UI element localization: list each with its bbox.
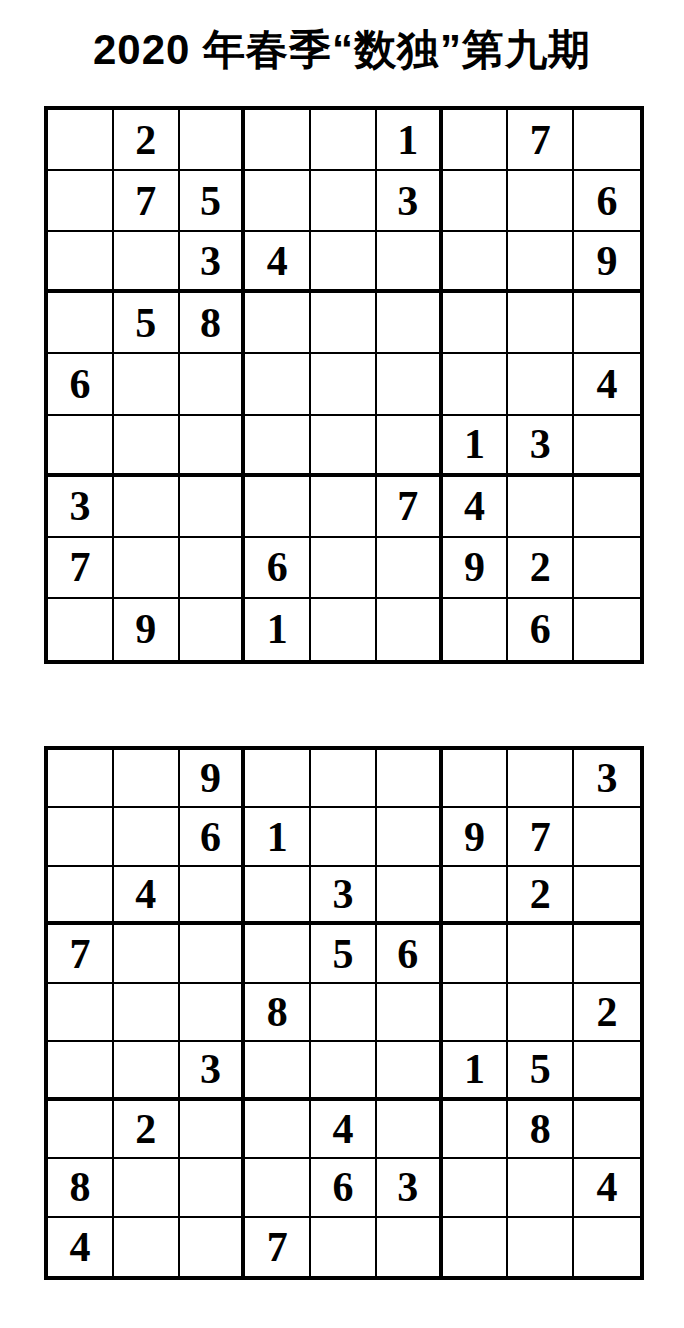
- p2-cell-r9c9[interactable]: [574, 1218, 640, 1276]
- p2-cell-r4c1[interactable]: 7: [48, 925, 114, 983]
- p1-cell-r6c9[interactable]: [574, 416, 640, 477]
- p2-cell-r1c4[interactable]: [245, 750, 311, 808]
- p2-cell-r8c4[interactable]: [245, 1159, 311, 1217]
- p2-cell-r7c5[interactable]: 4: [311, 1101, 377, 1159]
- sudoku-page: 2020 年春季“数独”第九期 217753634958641337476929…: [0, 0, 684, 1328]
- p2-cell-r2c2[interactable]: [114, 808, 180, 866]
- p1-cell-r7c8[interactable]: [508, 477, 574, 538]
- sudoku-board-2: 93619743275682315248863447: [44, 746, 644, 1280]
- p2-cell-r2c6[interactable]: [377, 808, 443, 866]
- p1-cell-r2c8[interactable]: [508, 171, 574, 232]
- p2-cell-r3c5[interactable]: 3: [311, 867, 377, 925]
- p1-cell-r8c8[interactable]: 2: [508, 538, 574, 599]
- p1-cell-r6c6[interactable]: [377, 416, 443, 477]
- sudoku-board-1: 21775363495864133747692916: [44, 106, 644, 664]
- p2-cell-r1c7[interactable]: [443, 750, 509, 808]
- p1-cell-r9c3[interactable]: [180, 599, 246, 660]
- p1-cell-r1c5[interactable]: [311, 110, 377, 171]
- p2-cell-r4c5[interactable]: 5: [311, 925, 377, 983]
- p2-cell-r6c6[interactable]: [377, 1042, 443, 1100]
- p1-cell-r2c9[interactable]: 6: [574, 171, 640, 232]
- p1-cell-r4c9[interactable]: [574, 293, 640, 354]
- p2-cell-r5c9[interactable]: 2: [574, 984, 640, 1042]
- p2-cell-r5c8[interactable]: [508, 984, 574, 1042]
- p2-cell-r6c5[interactable]: [311, 1042, 377, 1100]
- p2-cell-r5c1[interactable]: [48, 984, 114, 1042]
- p2-cell-r9c1[interactable]: 4: [48, 1218, 114, 1276]
- p1-cell-r9c8[interactable]: 6: [508, 599, 574, 660]
- p2-cell-r3c8[interactable]: 2: [508, 867, 574, 925]
- p1-cell-r5c4[interactable]: [245, 354, 311, 415]
- p2-cell-r5c5[interactable]: [311, 984, 377, 1042]
- p1-cell-r2c2[interactable]: 7: [114, 171, 180, 232]
- p2-cell-r5c4[interactable]: 8: [245, 984, 311, 1042]
- p2-cell-r4c8[interactable]: [508, 925, 574, 983]
- p1-cell-r6c5[interactable]: [311, 416, 377, 477]
- p2-cell-r7c4[interactable]: [245, 1101, 311, 1159]
- p1-cell-r7c3[interactable]: [180, 477, 246, 538]
- p2-cell-r1c2[interactable]: [114, 750, 180, 808]
- p2-cell-r6c8[interactable]: 5: [508, 1042, 574, 1100]
- p2-cell-r9c2[interactable]: [114, 1218, 180, 1276]
- p2-cell-r4c9[interactable]: [574, 925, 640, 983]
- p1-cell-r4c5[interactable]: [311, 293, 377, 354]
- p1-cell-r8c9[interactable]: [574, 538, 640, 599]
- p2-cell-r9c5[interactable]: [311, 1218, 377, 1276]
- p1-cell-r4c4[interactable]: [245, 293, 311, 354]
- p2-cell-r1c8[interactable]: [508, 750, 574, 808]
- p1-cell-r8c3[interactable]: [180, 538, 246, 599]
- p1-cell-r2c5[interactable]: [311, 171, 377, 232]
- p1-cell-r9c1[interactable]: [48, 599, 114, 660]
- p2-cell-r1c6[interactable]: [377, 750, 443, 808]
- p1-cell-r2c3[interactable]: 5: [180, 171, 246, 232]
- p2-cell-r3c2[interactable]: 4: [114, 867, 180, 925]
- p1-cell-r2c6[interactable]: 3: [377, 171, 443, 232]
- p1-cell-r3c7[interactable]: [443, 232, 509, 293]
- p2-cell-r9c7[interactable]: [443, 1218, 509, 1276]
- p2-cell-r2c3[interactable]: 6: [180, 808, 246, 866]
- p2-cell-r4c2[interactable]: [114, 925, 180, 983]
- p1-cell-r2c7[interactable]: [443, 171, 509, 232]
- p2-cell-r2c7[interactable]: 9: [443, 808, 509, 866]
- p2-cell-r2c5[interactable]: [311, 808, 377, 866]
- p1-cell-r4c6[interactable]: [377, 293, 443, 354]
- p2-cell-r3c1[interactable]: [48, 867, 114, 925]
- p1-cell-r1c4[interactable]: [245, 110, 311, 171]
- p1-cell-r5c5[interactable]: [311, 354, 377, 415]
- p1-cell-r3c2[interactable]: [114, 232, 180, 293]
- p1-cell-r9c7[interactable]: [443, 599, 509, 660]
- p1-cell-r1c7[interactable]: [443, 110, 509, 171]
- p1-cell-r7c5[interactable]: [311, 477, 377, 538]
- p2-cell-r7c6[interactable]: [377, 1101, 443, 1159]
- p2-cell-r7c7[interactable]: [443, 1101, 509, 1159]
- p1-cell-r4c8[interactable]: [508, 293, 574, 354]
- p1-cell-r7c7[interactable]: 4: [443, 477, 509, 538]
- p1-cell-r7c2[interactable]: [114, 477, 180, 538]
- p1-cell-r6c3[interactable]: [180, 416, 246, 477]
- p1-cell-r7c6[interactable]: 7: [377, 477, 443, 538]
- p1-cell-r2c4[interactable]: [245, 171, 311, 232]
- p1-cell-r3c1[interactable]: [48, 232, 114, 293]
- p2-cell-r7c3[interactable]: [180, 1101, 246, 1159]
- p2-cell-r8c5[interactable]: 6: [311, 1159, 377, 1217]
- p1-cell-r2c1[interactable]: [48, 171, 114, 232]
- p2-cell-r3c4[interactable]: [245, 867, 311, 925]
- p1-cell-r5c9[interactable]: 4: [574, 354, 640, 415]
- p2-cell-r1c9[interactable]: 3: [574, 750, 640, 808]
- p2-cell-r8c8[interactable]: [508, 1159, 574, 1217]
- p1-cell-r5c7[interactable]: [443, 354, 509, 415]
- p2-cell-r2c1[interactable]: [48, 808, 114, 866]
- p1-cell-r4c1[interactable]: [48, 293, 114, 354]
- p2-cell-r4c7[interactable]: [443, 925, 509, 983]
- page-title: 2020 年春季“数独”第九期: [0, 22, 684, 78]
- p1-cell-r9c4[interactable]: 1: [245, 599, 311, 660]
- p1-cell-r1c9[interactable]: [574, 110, 640, 171]
- p2-cell-r6c9[interactable]: [574, 1042, 640, 1100]
- p1-cell-r9c9[interactable]: [574, 599, 640, 660]
- p2-cell-r7c8[interactable]: 8: [508, 1101, 574, 1159]
- p1-cell-r5c6[interactable]: [377, 354, 443, 415]
- p2-cell-r7c1[interactable]: [48, 1101, 114, 1159]
- p1-cell-r6c8[interactable]: 3: [508, 416, 574, 477]
- p2-cell-r3c6[interactable]: [377, 867, 443, 925]
- p2-cell-r9c8[interactable]: [508, 1218, 574, 1276]
- p2-cell-r3c7[interactable]: [443, 867, 509, 925]
- p2-cell-r9c3[interactable]: [180, 1218, 246, 1276]
- p2-cell-r6c2[interactable]: [114, 1042, 180, 1100]
- p2-cell-r1c1[interactable]: [48, 750, 114, 808]
- p2-cell-r6c1[interactable]: [48, 1042, 114, 1100]
- p1-cell-r3c8[interactable]: [508, 232, 574, 293]
- p1-cell-r4c3[interactable]: 8: [180, 293, 246, 354]
- p2-cell-r8c3[interactable]: [180, 1159, 246, 1217]
- p1-cell-r8c7[interactable]: 9: [443, 538, 509, 599]
- p2-cell-r5c3[interactable]: [180, 984, 246, 1042]
- p2-cell-r8c1[interactable]: 8: [48, 1159, 114, 1217]
- p1-cell-r5c1[interactable]: 6: [48, 354, 114, 415]
- p1-cell-r8c2[interactable]: [114, 538, 180, 599]
- p1-cell-r3c3[interactable]: 3: [180, 232, 246, 293]
- p1-cell-r8c1[interactable]: 7: [48, 538, 114, 599]
- p1-cell-r7c1[interactable]: 3: [48, 477, 114, 538]
- p2-cell-r1c5[interactable]: [311, 750, 377, 808]
- p1-cell-r8c5[interactable]: [311, 538, 377, 599]
- p1-cell-r3c4[interactable]: 4: [245, 232, 311, 293]
- p1-cell-r6c2[interactable]: [114, 416, 180, 477]
- p1-cell-r5c3[interactable]: [180, 354, 246, 415]
- p1-cell-r9c2[interactable]: 9: [114, 599, 180, 660]
- p2-cell-r5c2[interactable]: [114, 984, 180, 1042]
- p2-cell-r4c4[interactable]: [245, 925, 311, 983]
- p1-cell-r6c1[interactable]: [48, 416, 114, 477]
- p2-cell-r2c9[interactable]: [574, 808, 640, 866]
- p2-cell-r9c6[interactable]: [377, 1218, 443, 1276]
- p2-cell-r3c9[interactable]: [574, 867, 640, 925]
- p1-cell-r7c9[interactable]: [574, 477, 640, 538]
- p2-cell-r5c7[interactable]: [443, 984, 509, 1042]
- p2-cell-r5c6[interactable]: [377, 984, 443, 1042]
- p2-cell-r6c4[interactable]: [245, 1042, 311, 1100]
- p2-cell-r6c3[interactable]: 3: [180, 1042, 246, 1100]
- p1-cell-r8c4[interactable]: 6: [245, 538, 311, 599]
- p1-cell-r1c8[interactable]: 7: [508, 110, 574, 171]
- p1-cell-r8c6[interactable]: [377, 538, 443, 599]
- p2-cell-r3c3[interactable]: [180, 867, 246, 925]
- p2-cell-r8c2[interactable]: [114, 1159, 180, 1217]
- p1-cell-r5c2[interactable]: [114, 354, 180, 415]
- p2-cell-r4c3[interactable]: [180, 925, 246, 983]
- p2-cell-r6c7[interactable]: 1: [443, 1042, 509, 1100]
- p1-cell-r6c4[interactable]: [245, 416, 311, 477]
- p2-cell-r2c8[interactable]: 7: [508, 808, 574, 866]
- p1-cell-r1c1[interactable]: [48, 110, 114, 171]
- p1-cell-r9c5[interactable]: [311, 599, 377, 660]
- p1-cell-r1c3[interactable]: [180, 110, 246, 171]
- p2-cell-r8c7[interactable]: [443, 1159, 509, 1217]
- p2-cell-r1c3[interactable]: 9: [180, 750, 246, 808]
- p2-cell-r9c4[interactable]: 7: [245, 1218, 311, 1276]
- p1-cell-r1c2[interactable]: 2: [114, 110, 180, 171]
- p1-cell-r3c5[interactable]: [311, 232, 377, 293]
- p1-cell-r7c4[interactable]: [245, 477, 311, 538]
- p2-cell-r7c9[interactable]: [574, 1101, 640, 1159]
- p2-cell-r7c2[interactable]: 2: [114, 1101, 180, 1159]
- p1-cell-r6c7[interactable]: 1: [443, 416, 509, 477]
- p2-cell-r8c9[interactable]: 4: [574, 1159, 640, 1217]
- p1-cell-r4c2[interactable]: 5: [114, 293, 180, 354]
- p1-cell-r5c8[interactable]: [508, 354, 574, 415]
- p1-cell-r3c9[interactable]: 9: [574, 232, 640, 293]
- p2-cell-r4c6[interactable]: 6: [377, 925, 443, 983]
- p2-cell-r8c6[interactable]: 3: [377, 1159, 443, 1217]
- p2-cell-r2c4[interactable]: 1: [245, 808, 311, 866]
- p1-cell-r9c6[interactable]: [377, 599, 443, 660]
- p1-cell-r1c6[interactable]: 1: [377, 110, 443, 171]
- p1-cell-r3c6[interactable]: [377, 232, 443, 293]
- p1-cell-r4c7[interactable]: [443, 293, 509, 354]
